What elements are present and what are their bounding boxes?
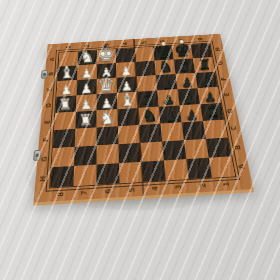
piece-black-rook[interactable]: ♜ [201,99,224,121]
piece-white-rook[interactable]: ♜ [74,106,96,129]
square-g5[interactable] [118,143,141,163]
piece-black-pawn[interactable]: ♟ [159,101,182,123]
square-h8[interactable] [50,166,74,188]
chess-board: 12345678 87654321 ABCDEFGH HGFEDCBA ♞♚♛♚… [34,2,242,210]
square-e2[interactable]: ♟ [180,104,203,122]
square-f2[interactable] [182,121,206,140]
square-d5[interactable]: ♝ [117,92,138,109]
square-f1[interactable] [203,120,228,139]
square-h5[interactable] [119,162,143,183]
piece-white-bishop[interactable]: ♝ [116,87,138,109]
square-f7[interactable] [75,128,97,147]
square-g3[interactable] [162,140,186,160]
square-f8[interactable] [53,129,75,148]
square-h1[interactable] [209,156,235,177]
piece-black-pawn[interactable]: ♟ [180,100,203,122]
piece-white-rook[interactable]: ♜ [54,91,76,113]
square-h3[interactable] [164,159,189,180]
square-f6[interactable] [97,126,119,145]
square-g7[interactable] [74,146,97,166]
square-h2[interactable] [186,158,212,179]
square-e5[interactable] [117,108,139,126]
square-f3[interactable] [160,122,184,141]
board-frame: 12345678 87654321 ABCDEFGH HGFEDCBA ♞♚♛♚… [34,34,254,203]
square-e3[interactable]: ♟ [159,105,182,123]
square-f5[interactable] [118,125,140,144]
square-g1[interactable] [206,138,231,158]
square-b4[interactable] [135,61,156,77]
square-e6[interactable]: ♞ [97,109,118,127]
square-h6[interactable] [96,163,119,184]
square-g6[interactable] [97,144,119,164]
square-h7[interactable] [73,165,96,187]
square-g8[interactable] [52,147,75,167]
square-g4[interactable] [140,142,164,162]
square-e8[interactable] [54,112,76,130]
square-g2[interactable] [184,139,209,159]
square-a4[interactable] [134,47,154,62]
square-d8[interactable]: ♜ [55,96,76,113]
piece-black-knight[interactable]: ♞ [138,102,161,124]
square-f4[interactable] [139,124,162,143]
square-e7[interactable]: ♜ [75,110,96,128]
square-e1[interactable]: ♜ [200,103,224,121]
table-surface: 12345678 87654321 ABCDEFGH HGFEDCBA ♞♚♛♚… [0,0,280,280]
square-h4[interactable] [141,160,165,181]
piece-white-knight[interactable]: ♞ [95,105,117,128]
square-e4[interactable]: ♞ [138,107,160,125]
